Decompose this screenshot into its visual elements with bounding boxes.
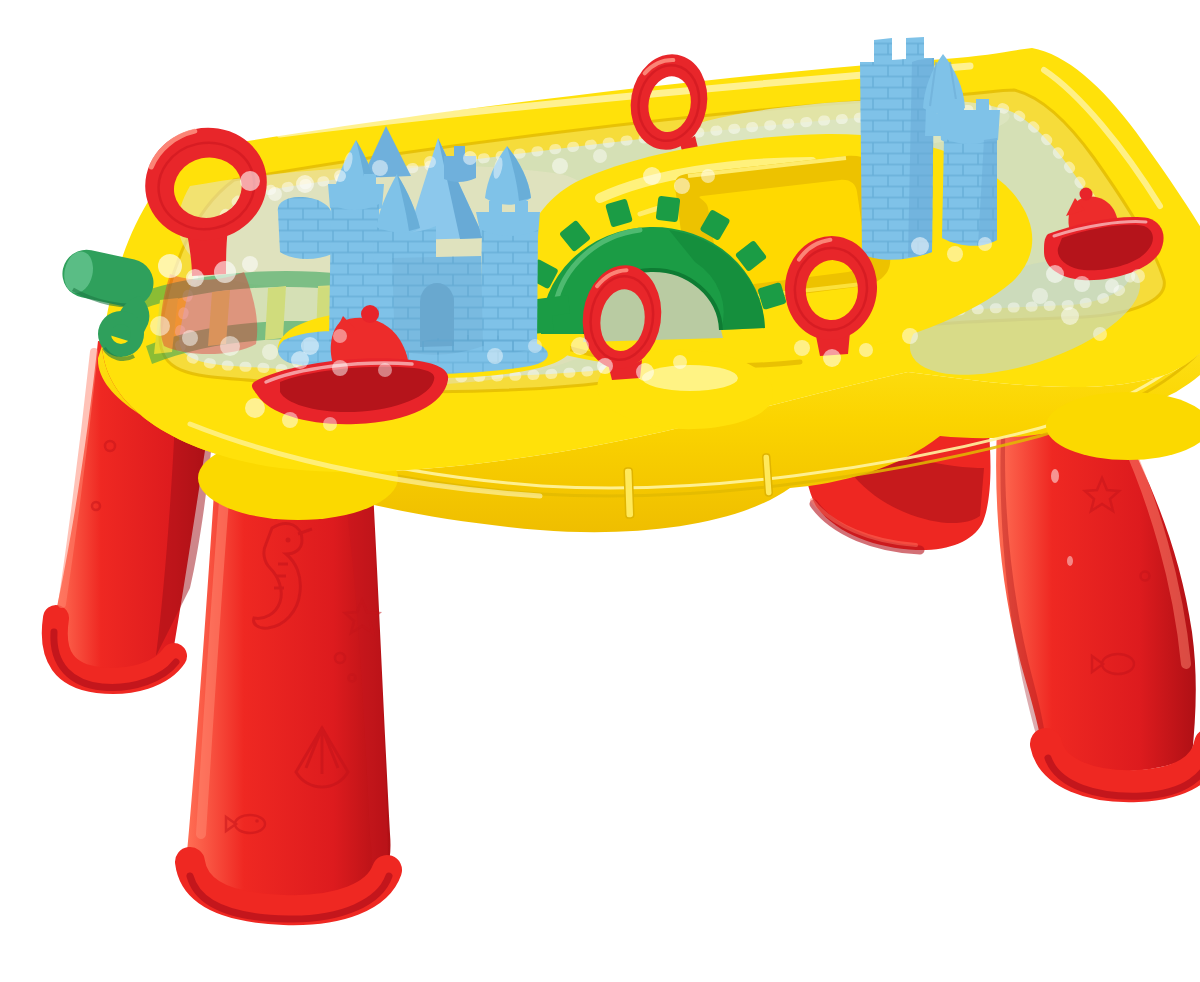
tool-blade-submerged bbox=[161, 272, 258, 354]
mound-highlight bbox=[642, 365, 738, 391]
leg-front-left bbox=[187, 454, 391, 919]
cabin-knob bbox=[361, 305, 379, 323]
cabin-knob bbox=[1080, 188, 1093, 201]
droplet-highlight bbox=[1067, 556, 1073, 566]
product-image bbox=[40, 16, 1200, 982]
product-photo bbox=[40, 16, 1200, 982]
leg-front-right bbox=[996, 412, 1200, 796]
droplet-highlight bbox=[1051, 469, 1059, 483]
skirt-seam bbox=[624, 468, 634, 518]
